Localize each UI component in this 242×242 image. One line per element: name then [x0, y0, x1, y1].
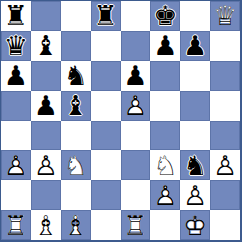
piece-outline-layer: ♗ — [31, 210, 61, 240]
square-b1[interactable]: ♝♗ — [31, 210, 61, 240]
piece-white-queen[interactable]: ♛♕ — [210, 1, 240, 31]
piece-black-rook[interactable]: ♜ — [1, 1, 31, 31]
piece-black-pawn[interactable]: ♟ — [1, 61, 31, 91]
square-d3[interactable] — [91, 150, 121, 180]
piece-outline-layer: ♙ — [31, 150, 61, 180]
piece-black-pawn[interactable]: ♟ — [150, 31, 180, 61]
square-g7[interactable]: ♟ — [180, 31, 210, 61]
square-a5[interactable] — [1, 91, 31, 121]
square-b4[interactable] — [31, 121, 61, 151]
square-d1[interactable] — [91, 210, 121, 240]
piece-black-knight[interactable]: ♞ — [61, 61, 91, 91]
square-f8[interactable]: ♚ — [150, 1, 180, 31]
chess-board: ♜♜♚♛♕♛♝♟♟♟♞♟♟♝♟♙♟♙♟♙♞♘♞♘♞♟♙♟♙♟♙♜♖♝♗♝♗♜♖♚… — [0, 0, 242, 242]
square-c6[interactable]: ♞ — [61, 61, 91, 91]
piece-white-rook[interactable]: ♜♖ — [121, 210, 151, 240]
piece-white-king[interactable]: ♚♔ — [180, 210, 210, 240]
piece-black-knight[interactable]: ♞ — [180, 150, 210, 180]
square-a3[interactable]: ♟♙ — [1, 150, 31, 180]
square-d5[interactable] — [91, 91, 121, 121]
square-g8[interactable] — [180, 1, 210, 31]
square-f6[interactable] — [150, 61, 180, 91]
piece-black-bishop[interactable]: ♝ — [61, 91, 91, 121]
piece-outline-layer: ♖ — [121, 210, 151, 240]
square-e4[interactable] — [121, 121, 151, 151]
piece-outline-layer: ♕ — [210, 1, 240, 31]
square-g4[interactable] — [180, 121, 210, 151]
square-b8[interactable] — [31, 1, 61, 31]
square-g2[interactable]: ♟♙ — [180, 180, 210, 210]
square-c2[interactable] — [61, 180, 91, 210]
square-e8[interactable] — [121, 1, 151, 31]
piece-black-pawn[interactable]: ♟ — [121, 61, 151, 91]
square-b7[interactable]: ♝ — [31, 31, 61, 61]
piece-white-pawn[interactable]: ♟♙ — [180, 180, 210, 210]
square-g1[interactable]: ♚♔ — [180, 210, 210, 240]
square-b5[interactable]: ♟ — [31, 91, 61, 121]
piece-white-pawn[interactable]: ♟♙ — [31, 150, 61, 180]
square-c3[interactable]: ♞♘ — [61, 150, 91, 180]
square-d4[interactable] — [91, 121, 121, 151]
piece-outline-layer: ♗ — [61, 210, 91, 240]
square-f3[interactable]: ♞♘ — [150, 150, 180, 180]
piece-black-pawn[interactable]: ♟ — [31, 91, 61, 121]
square-c4[interactable] — [61, 121, 91, 151]
square-c8[interactable] — [61, 1, 91, 31]
square-a7[interactable]: ♛ — [1, 31, 31, 61]
square-c5[interactable]: ♝ — [61, 91, 91, 121]
square-b2[interactable] — [31, 180, 61, 210]
piece-outline-layer: ♘ — [150, 150, 180, 180]
piece-white-bishop[interactable]: ♝♗ — [31, 210, 61, 240]
square-a4[interactable] — [1, 121, 31, 151]
piece-outline-layer: ♙ — [180, 180, 210, 210]
piece-outline-layer: ♔ — [180, 210, 210, 240]
piece-outline-layer: ♖ — [1, 210, 31, 240]
square-f1[interactable] — [150, 210, 180, 240]
square-h2[interactable] — [210, 180, 240, 210]
piece-white-pawn[interactable]: ♟♙ — [150, 180, 180, 210]
piece-black-queen[interactable]: ♛ — [1, 31, 31, 61]
square-a8[interactable]: ♜ — [1, 1, 31, 31]
square-h1[interactable] — [210, 210, 240, 240]
square-c1[interactable]: ♝♗ — [61, 210, 91, 240]
square-g3[interactable]: ♞ — [180, 150, 210, 180]
piece-white-knight[interactable]: ♞♘ — [150, 150, 180, 180]
square-f4[interactable] — [150, 121, 180, 151]
piece-black-pawn[interactable]: ♟ — [180, 31, 210, 61]
square-h7[interactable] — [210, 31, 240, 61]
square-d8[interactable]: ♜ — [91, 1, 121, 31]
piece-outline-layer: ♙ — [121, 91, 151, 121]
square-e2[interactable] — [121, 180, 151, 210]
square-h3[interactable]: ♟♙ — [210, 150, 240, 180]
square-h4[interactable] — [210, 121, 240, 151]
piece-white-pawn[interactable]: ♟♙ — [121, 91, 151, 121]
square-a2[interactable] — [1, 180, 31, 210]
square-g5[interactable] — [180, 91, 210, 121]
square-b6[interactable] — [31, 61, 61, 91]
piece-black-rook[interactable]: ♜ — [91, 1, 121, 31]
piece-outline-layer: ♙ — [1, 150, 31, 180]
square-h5[interactable] — [210, 91, 240, 121]
piece-white-pawn[interactable]: ♟♙ — [1, 150, 31, 180]
square-a6[interactable]: ♟ — [1, 61, 31, 91]
square-h6[interactable] — [210, 61, 240, 91]
square-e3[interactable] — [121, 150, 151, 180]
square-d7[interactable] — [91, 31, 121, 61]
square-f7[interactable]: ♟ — [150, 31, 180, 61]
square-g6[interactable] — [180, 61, 210, 91]
piece-white-pawn[interactable]: ♟♙ — [210, 150, 240, 180]
piece-white-knight[interactable]: ♞♘ — [61, 150, 91, 180]
square-e7[interactable] — [121, 31, 151, 61]
square-f2[interactable]: ♟♙ — [150, 180, 180, 210]
square-e5[interactable]: ♟♙ — [121, 91, 151, 121]
square-d6[interactable] — [91, 61, 121, 91]
square-h8[interactable]: ♛♕ — [210, 1, 240, 31]
square-e1[interactable]: ♜♖ — [121, 210, 151, 240]
square-a1[interactable]: ♜♖ — [1, 210, 31, 240]
piece-black-bishop[interactable]: ♝ — [31, 31, 61, 61]
piece-white-bishop[interactable]: ♝♗ — [61, 210, 91, 240]
square-d2[interactable] — [91, 180, 121, 210]
piece-black-king[interactable]: ♚ — [150, 1, 180, 31]
piece-white-rook[interactable]: ♜♖ — [1, 210, 31, 240]
piece-outline-layer: ♘ — [61, 150, 91, 180]
square-b3[interactable]: ♟♙ — [31, 150, 61, 180]
piece-outline-layer: ♙ — [210, 150, 240, 180]
square-c7[interactable] — [61, 31, 91, 61]
square-f5[interactable] — [150, 91, 180, 121]
piece-outline-layer: ♙ — [150, 180, 180, 210]
square-e6[interactable]: ♟ — [121, 61, 151, 91]
